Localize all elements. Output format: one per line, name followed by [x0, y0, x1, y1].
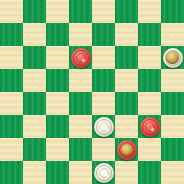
- square-light-r2c2: [46, 46, 69, 69]
- square-12[interactable]: [161, 46, 184, 69]
- square-11[interactable]: [115, 46, 138, 69]
- square-light-r6c4: [92, 138, 115, 161]
- square-27[interactable]: [115, 138, 138, 161]
- piece-groove-ring: [165, 50, 181, 66]
- piece-groove-ring: [96, 119, 112, 135]
- square-4[interactable]: [161, 0, 184, 23]
- square-26[interactable]: [69, 138, 92, 161]
- piece-inner-ring: [145, 122, 155, 132]
- square-light-r5c5: [115, 115, 138, 138]
- square-25[interactable]: [23, 138, 46, 161]
- piece-highlight: [104, 173, 109, 178]
- red-man-piece[interactable]: [71, 48, 91, 68]
- square-21[interactable]: [0, 115, 23, 138]
- square-23[interactable]: [92, 115, 115, 138]
- square-light-r6c2: [46, 138, 69, 161]
- square-5[interactable]: [0, 23, 23, 46]
- piece-highlight: [81, 58, 86, 63]
- square-2[interactable]: [69, 0, 92, 23]
- square-light-r0c6: [138, 0, 161, 23]
- square-light-r0c4: [92, 0, 115, 23]
- white-man-piece[interactable]: [94, 163, 114, 183]
- square-light-r7c3: [69, 161, 92, 184]
- square-light-r7c7: [161, 161, 184, 184]
- square-29[interactable]: [0, 161, 23, 184]
- square-light-r1c7: [161, 23, 184, 46]
- square-28[interactable]: [161, 138, 184, 161]
- square-light-r5c3: [69, 115, 92, 138]
- square-31[interactable]: [92, 161, 115, 184]
- square-light-r4c4: [92, 92, 115, 115]
- square-light-r2c0: [0, 46, 23, 69]
- square-light-r3c5: [115, 69, 138, 92]
- square-light-r5c7: [161, 115, 184, 138]
- square-3[interactable]: [115, 0, 138, 23]
- white-king-piece[interactable]: [163, 48, 183, 68]
- square-light-r3c7: [161, 69, 184, 92]
- square-6[interactable]: [46, 23, 69, 46]
- square-light-r1c1: [23, 23, 46, 46]
- square-light-r0c2: [46, 0, 69, 23]
- square-30[interactable]: [46, 161, 69, 184]
- square-light-r7c5: [115, 161, 138, 184]
- square-light-r3c3: [69, 69, 92, 92]
- square-18[interactable]: [69, 92, 92, 115]
- square-16[interactable]: [138, 69, 161, 92]
- piece-inner-ring: [99, 168, 109, 178]
- square-10[interactable]: [69, 46, 92, 69]
- square-20[interactable]: [161, 92, 184, 115]
- square-light-r6c0: [0, 138, 23, 161]
- king-crown-dome: [166, 51, 179, 64]
- piece-groove-ring: [96, 165, 112, 181]
- piece-highlight: [150, 127, 155, 132]
- square-light-r7c1: [23, 161, 46, 184]
- red-king-piece[interactable]: [117, 140, 137, 160]
- piece-inner-ring: [76, 53, 86, 63]
- square-24[interactable]: [138, 115, 161, 138]
- piece-inner-ring: [99, 122, 109, 132]
- piece-groove-ring: [142, 119, 158, 135]
- square-13[interactable]: [0, 69, 23, 92]
- square-light-r1c3: [69, 23, 92, 46]
- red-man-piece[interactable]: [140, 117, 160, 137]
- square-17[interactable]: [23, 92, 46, 115]
- square-light-r6c6: [138, 138, 161, 161]
- square-light-r0c0: [0, 0, 23, 23]
- square-light-r2c4: [92, 46, 115, 69]
- square-light-r4c0: [0, 92, 23, 115]
- square-light-r5c1: [23, 115, 46, 138]
- piece-groove-ring: [73, 50, 89, 66]
- square-light-r4c2: [46, 92, 69, 115]
- square-32[interactable]: [138, 161, 161, 184]
- square-14[interactable]: [46, 69, 69, 92]
- piece-groove-ring: [119, 142, 135, 158]
- square-1[interactable]: [23, 0, 46, 23]
- square-light-r2c6: [138, 46, 161, 69]
- king-crown-dome: [121, 144, 133, 156]
- square-7[interactable]: [92, 23, 115, 46]
- square-22[interactable]: [46, 115, 69, 138]
- square-19[interactable]: [115, 92, 138, 115]
- square-light-r4c6: [138, 92, 161, 115]
- piece-highlight: [104, 127, 109, 132]
- square-15[interactable]: [92, 69, 115, 92]
- square-light-r3c1: [23, 69, 46, 92]
- square-light-r1c5: [115, 23, 138, 46]
- checkers-board: [0, 0, 184, 184]
- white-man-piece[interactable]: [94, 117, 114, 137]
- square-8[interactable]: [138, 23, 161, 46]
- square-9[interactable]: [23, 46, 46, 69]
